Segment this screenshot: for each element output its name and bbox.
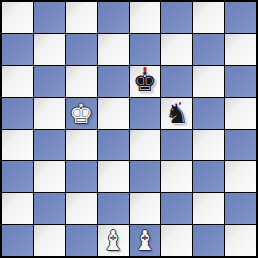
square-a7[interactable] bbox=[2, 34, 33, 65]
square-g2[interactable] bbox=[193, 193, 224, 224]
piece-white-bishop[interactable]: ♝ bbox=[98, 225, 129, 256]
square-e8[interactable] bbox=[130, 2, 161, 33]
square-f2[interactable] bbox=[161, 193, 192, 224]
square-c8[interactable] bbox=[66, 2, 97, 33]
square-c7[interactable] bbox=[66, 34, 97, 65]
square-a3[interactable] bbox=[2, 161, 33, 192]
square-h8[interactable] bbox=[225, 2, 256, 33]
square-c1[interactable] bbox=[66, 225, 97, 256]
square-f7[interactable] bbox=[161, 34, 192, 65]
square-f8[interactable] bbox=[161, 2, 192, 33]
piece-white-king[interactable]: ♚ bbox=[66, 98, 97, 129]
square-b3[interactable] bbox=[34, 161, 65, 192]
square-e4[interactable] bbox=[130, 130, 161, 161]
square-d1[interactable]: ♝ bbox=[98, 225, 129, 256]
square-c4[interactable] bbox=[66, 130, 97, 161]
square-h5[interactable] bbox=[225, 98, 256, 129]
square-g5[interactable] bbox=[193, 98, 224, 129]
piece-black-king[interactable]: ♚ bbox=[130, 66, 161, 97]
square-e7[interactable] bbox=[130, 34, 161, 65]
square-b1[interactable] bbox=[34, 225, 65, 256]
square-b2[interactable] bbox=[34, 193, 65, 224]
square-g6[interactable] bbox=[193, 66, 224, 97]
square-c3[interactable] bbox=[66, 161, 97, 192]
square-a1[interactable] bbox=[2, 225, 33, 256]
square-h4[interactable] bbox=[225, 130, 256, 161]
square-d8[interactable] bbox=[98, 2, 129, 33]
square-e1[interactable]: ♝ bbox=[130, 225, 161, 256]
square-b5[interactable] bbox=[34, 98, 65, 129]
square-g8[interactable] bbox=[193, 2, 224, 33]
square-b7[interactable] bbox=[34, 34, 65, 65]
square-b8[interactable] bbox=[34, 2, 65, 33]
square-e3[interactable] bbox=[130, 161, 161, 192]
square-c2[interactable] bbox=[66, 193, 97, 224]
square-b6[interactable] bbox=[34, 66, 65, 97]
square-f5[interactable]: ♞ bbox=[161, 98, 192, 129]
square-c5[interactable]: ♚ bbox=[66, 98, 97, 129]
square-h7[interactable] bbox=[225, 34, 256, 65]
square-d2[interactable] bbox=[98, 193, 129, 224]
square-g1[interactable] bbox=[193, 225, 224, 256]
square-a4[interactable] bbox=[2, 130, 33, 161]
square-d5[interactable] bbox=[98, 98, 129, 129]
square-b4[interactable] bbox=[34, 130, 65, 161]
square-h3[interactable] bbox=[225, 161, 256, 192]
square-f3[interactable] bbox=[161, 161, 192, 192]
square-e6[interactable]: ♚ bbox=[130, 66, 161, 97]
square-h6[interactable] bbox=[225, 66, 256, 97]
chess-board: ♚♚♞♝♝ bbox=[0, 0, 258, 258]
square-f6[interactable] bbox=[161, 66, 192, 97]
square-e5[interactable] bbox=[130, 98, 161, 129]
square-f1[interactable] bbox=[161, 225, 192, 256]
square-d6[interactable] bbox=[98, 66, 129, 97]
piece-black-knight[interactable]: ♞ bbox=[161, 98, 192, 129]
square-a5[interactable] bbox=[2, 98, 33, 129]
square-h1[interactable] bbox=[225, 225, 256, 256]
square-c6[interactable] bbox=[66, 66, 97, 97]
square-g3[interactable] bbox=[193, 161, 224, 192]
square-e2[interactable] bbox=[130, 193, 161, 224]
square-d7[interactable] bbox=[98, 34, 129, 65]
square-a2[interactable] bbox=[2, 193, 33, 224]
square-a8[interactable] bbox=[2, 2, 33, 33]
square-h2[interactable] bbox=[225, 193, 256, 224]
square-a6[interactable] bbox=[2, 66, 33, 97]
square-g7[interactable] bbox=[193, 34, 224, 65]
piece-white-bishop[interactable]: ♝ bbox=[130, 225, 161, 256]
square-g4[interactable] bbox=[193, 130, 224, 161]
square-f4[interactable] bbox=[161, 130, 192, 161]
square-d4[interactable] bbox=[98, 130, 129, 161]
square-d3[interactable] bbox=[98, 161, 129, 192]
